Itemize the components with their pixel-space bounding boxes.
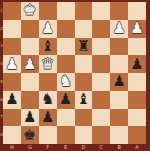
- square-d2[interactable]: [75, 20, 93, 38]
- square-c4[interactable]: [92, 55, 110, 73]
- chess-board: ♚♟♟♟♝♜♟♟♛♟♞♟♟♞♟♝♟♟♚: [3, 2, 146, 144]
- piece-black-pawn: ♟: [130, 57, 143, 72]
- square-d8[interactable]: [75, 126, 93, 144]
- piece-black-bishop: ♝: [41, 39, 54, 54]
- square-h7[interactable]: [3, 109, 21, 127]
- piece-black-pawn: ♟: [112, 74, 125, 89]
- square-g5[interactable]: [21, 73, 39, 91]
- square-h6[interactable]: ♟: [3, 91, 21, 109]
- chess-board-frame: ♚♟♟♟♝♜♟♟♛♟♞♟♟♞♟♝♟♟♚ 12345678 hgfedcba: [0, 0, 150, 151]
- square-a4[interactable]: ♟: [128, 55, 146, 73]
- square-a8[interactable]: [128, 126, 146, 144]
- square-e7[interactable]: [57, 109, 75, 127]
- square-c2[interactable]: [92, 20, 110, 38]
- rank-label: 3: [0, 38, 3, 56]
- square-d3[interactable]: ♜: [75, 38, 93, 56]
- square-c3[interactable]: [92, 38, 110, 56]
- square-g7[interactable]: ♟: [21, 109, 39, 127]
- rank-label: 6: [0, 91, 3, 109]
- piece-white-pawn: ♟: [41, 21, 54, 36]
- square-b1[interactable]: [110, 2, 128, 20]
- square-a1[interactable]: [128, 2, 146, 20]
- piece-black-king: ♚: [23, 128, 36, 143]
- square-g1[interactable]: ♚: [21, 2, 39, 20]
- piece-white-queen: ♛: [41, 57, 54, 72]
- piece-black-pawn: ♟: [23, 110, 36, 125]
- square-h3[interactable]: [3, 38, 21, 56]
- piece-white-knight: ♞: [59, 74, 72, 89]
- rank-label: 1: [0, 2, 3, 20]
- square-b5[interactable]: ♟: [110, 73, 128, 91]
- file-label: b: [110, 144, 128, 151]
- square-a3[interactable]: [128, 38, 146, 56]
- square-d7[interactable]: [75, 109, 93, 127]
- square-e5[interactable]: ♞: [57, 73, 75, 91]
- square-c7[interactable]: [92, 109, 110, 127]
- square-c1[interactable]: [92, 2, 110, 20]
- file-label: f: [39, 144, 57, 151]
- square-e6[interactable]: ♟: [57, 91, 75, 109]
- piece-white-pawn: ♟: [130, 21, 143, 36]
- file-labels: hgfedcba: [3, 144, 146, 151]
- rank-label: 5: [0, 73, 3, 91]
- square-d4[interactable]: [75, 55, 93, 73]
- square-g4[interactable]: ♟: [21, 55, 39, 73]
- square-h4[interactable]: ♟: [3, 55, 21, 73]
- square-a2[interactable]: ♟: [128, 20, 146, 38]
- square-c8[interactable]: [92, 126, 110, 144]
- square-f3[interactable]: ♝: [39, 38, 57, 56]
- rank-label: 8: [0, 126, 3, 144]
- square-b3[interactable]: [110, 38, 128, 56]
- square-g6[interactable]: [21, 91, 39, 109]
- rank-label: 7: [0, 109, 3, 127]
- file-label: g: [21, 144, 39, 151]
- piece-black-pawn: ♟: [5, 92, 18, 107]
- square-d5[interactable]: [75, 73, 93, 91]
- square-a7[interactable]: [128, 109, 146, 127]
- piece-white-pawn: ♟: [5, 57, 18, 72]
- square-b4[interactable]: [110, 55, 128, 73]
- square-f5[interactable]: [39, 73, 57, 91]
- square-a6[interactable]: [128, 91, 146, 109]
- square-f2[interactable]: ♟: [39, 20, 57, 38]
- square-f6[interactable]: ♞: [39, 91, 57, 109]
- square-b7[interactable]: [110, 109, 128, 127]
- square-f1[interactable]: [39, 2, 57, 20]
- file-label: c: [92, 144, 110, 151]
- square-e3[interactable]: [57, 38, 75, 56]
- square-f8[interactable]: [39, 126, 57, 144]
- square-f7[interactable]: ♟: [39, 109, 57, 127]
- square-e1[interactable]: [57, 2, 75, 20]
- file-label: d: [75, 144, 93, 151]
- square-h1[interactable]: [3, 2, 21, 20]
- rank-label: 4: [0, 55, 3, 73]
- square-c6[interactable]: [92, 91, 110, 109]
- piece-black-bishop: ♝: [77, 92, 90, 107]
- square-a5[interactable]: [128, 73, 146, 91]
- file-label: e: [57, 144, 75, 151]
- square-d1[interactable]: [75, 2, 93, 20]
- piece-black-rook: ♜: [77, 39, 90, 54]
- square-b6[interactable]: [110, 91, 128, 109]
- square-b2[interactable]: ♟: [110, 20, 128, 38]
- square-e8[interactable]: [57, 126, 75, 144]
- square-e4[interactable]: [57, 55, 75, 73]
- square-d6[interactable]: ♝: [75, 91, 93, 109]
- file-label: h: [3, 144, 21, 151]
- square-g8[interactable]: ♚: [21, 126, 39, 144]
- piece-black-pawn: ♟: [59, 92, 72, 107]
- square-h5[interactable]: [3, 73, 21, 91]
- square-g3[interactable]: [21, 38, 39, 56]
- piece-white-king: ♚: [23, 3, 36, 18]
- piece-black-pawn: ♟: [41, 110, 54, 125]
- rank-labels: 12345678: [0, 2, 3, 144]
- rank-label: 2: [0, 20, 3, 38]
- piece-white-pawn: ♟: [23, 57, 36, 72]
- square-f4[interactable]: ♛: [39, 55, 57, 73]
- square-h2[interactable]: [3, 20, 21, 38]
- file-label: a: [128, 144, 146, 151]
- piece-black-knight: ♞: [41, 92, 54, 107]
- square-b8[interactable]: [110, 126, 128, 144]
- square-g2[interactable]: [21, 20, 39, 38]
- square-h8[interactable]: [3, 126, 21, 144]
- piece-white-pawn: ♟: [112, 21, 125, 36]
- square-c5[interactable]: [92, 73, 110, 91]
- square-e2[interactable]: [57, 20, 75, 38]
